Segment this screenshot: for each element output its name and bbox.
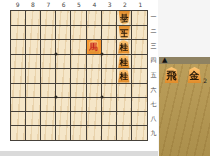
board-square-7九[interactable] bbox=[41, 126, 56, 140]
board-square-4七[interactable] bbox=[87, 98, 102, 112]
rank-label: 三 bbox=[149, 39, 158, 54]
hand-piece-count: 2 bbox=[203, 77, 207, 84]
board-square-8七[interactable] bbox=[26, 98, 41, 112]
rank-label: 一 bbox=[149, 10, 158, 25]
shogi-piece-香[interactable]: 香 bbox=[118, 11, 131, 25]
board-square-8一[interactable] bbox=[26, 11, 41, 26]
board-square-4四[interactable] bbox=[87, 55, 102, 70]
sente-marker-icon: ▲ bbox=[162, 57, 167, 64]
board-square-7一[interactable] bbox=[41, 11, 56, 26]
board-square-8五[interactable] bbox=[26, 69, 41, 84]
board-square-5一[interactable] bbox=[71, 11, 86, 26]
board-square-8二[interactable] bbox=[26, 26, 41, 41]
file-coordinates: 987654321 bbox=[10, 0, 148, 9]
board-square-4二[interactable] bbox=[87, 26, 102, 41]
hand-piece-body: 金 bbox=[187, 67, 202, 83]
board-square-8三[interactable] bbox=[26, 40, 41, 55]
shogi-piece-桂[interactable]: 桂 bbox=[118, 55, 131, 69]
board-square-1六[interactable] bbox=[132, 84, 147, 98]
file-label: 2 bbox=[117, 0, 132, 9]
board-square-2三[interactable]: 桂 bbox=[117, 40, 132, 55]
board-square-5八[interactable] bbox=[71, 112, 86, 126]
board-square-2七[interactable] bbox=[117, 98, 132, 112]
board-square-3八[interactable] bbox=[102, 112, 117, 126]
board-square-4九[interactable] bbox=[87, 126, 102, 140]
shogi-app-screen: 987654321 香玉馬桂桂桂 一二三四五六七八九 ▲ 飛金2 bbox=[0, 0, 210, 156]
board-square-3三[interactable] bbox=[102, 40, 117, 55]
piece-kanji: 桂 bbox=[120, 71, 129, 83]
board-square-5六[interactable] bbox=[71, 84, 86, 98]
bottom-edge-strip bbox=[0, 151, 158, 156]
rank-label: 七 bbox=[149, 97, 158, 112]
board-square-3六[interactable] bbox=[102, 84, 117, 98]
board-square-4八[interactable] bbox=[87, 112, 102, 126]
board-square-8九[interactable] bbox=[26, 126, 41, 140]
board-square-8六[interactable] bbox=[26, 84, 41, 98]
board-square-7二[interactable] bbox=[41, 26, 56, 41]
sente-hand-pieces: 飛金2 bbox=[164, 67, 202, 83]
board-square-3九[interactable] bbox=[102, 126, 117, 140]
star-point-dot bbox=[55, 96, 58, 99]
rank-coordinates: 一二三四五六七八九 bbox=[149, 10, 158, 141]
board-square-3五[interactable] bbox=[102, 69, 117, 84]
board-square-2九[interactable] bbox=[117, 126, 132, 140]
sente-piece-stand: ▲ 飛金2 bbox=[159, 57, 210, 156]
board-square-1八[interactable] bbox=[132, 112, 147, 126]
board-square-5三[interactable] bbox=[71, 40, 86, 55]
piece-kanji: 玉 bbox=[120, 26, 129, 38]
board-square-1九[interactable] bbox=[132, 126, 147, 140]
board-square-2二[interactable]: 玉 bbox=[117, 26, 132, 41]
board-square-5四[interactable] bbox=[71, 55, 86, 70]
piece-kanji: 馬 bbox=[89, 42, 98, 54]
board-square-3二[interactable] bbox=[102, 26, 117, 41]
board-square-2八[interactable] bbox=[117, 112, 132, 126]
file-label: 1 bbox=[133, 0, 148, 9]
piece-kanji: 金 bbox=[190, 69, 200, 83]
star-point-dot bbox=[100, 96, 103, 99]
board-square-9三[interactable] bbox=[11, 40, 26, 55]
piece-kanji: 飛 bbox=[167, 69, 177, 83]
piece-kanji: 桂 bbox=[120, 42, 129, 54]
file-label: 7 bbox=[41, 0, 56, 9]
stand-header: ▲ bbox=[159, 57, 210, 64]
board-square-1一[interactable] bbox=[132, 11, 147, 26]
board-square-1二[interactable] bbox=[132, 26, 147, 41]
board-square-5二[interactable] bbox=[71, 26, 86, 41]
board-square-2六[interactable] bbox=[117, 84, 132, 98]
board-square-9九[interactable] bbox=[11, 126, 26, 140]
board-square-7四[interactable] bbox=[41, 55, 56, 70]
board-square-6八[interactable] bbox=[56, 112, 71, 126]
board-square-6六[interactable] bbox=[56, 84, 71, 98]
shogi-piece-桂[interactable]: 桂 bbox=[118, 69, 131, 83]
board-square-8八[interactable] bbox=[26, 112, 41, 126]
board-square-3一[interactable] bbox=[102, 11, 117, 26]
shogi-piece-玉[interactable]: 玉 bbox=[118, 26, 131, 40]
board-square-9五[interactable] bbox=[11, 69, 26, 84]
rank-label: 二 bbox=[149, 25, 158, 40]
board-square-7八[interactable] bbox=[41, 112, 56, 126]
hand-piece-body: 飛 bbox=[164, 67, 179, 83]
rank-label: 八 bbox=[149, 112, 158, 127]
board-square-6九[interactable] bbox=[56, 126, 71, 140]
shogi-board: 香玉馬桂桂桂 bbox=[10, 10, 148, 141]
piece-kanji: 香 bbox=[120, 11, 129, 23]
star-point-dot bbox=[55, 53, 58, 56]
board-square-7七[interactable] bbox=[41, 98, 56, 112]
hand-piece-金[interactable]: 金2 bbox=[187, 67, 202, 83]
board-square-6五[interactable] bbox=[56, 69, 71, 84]
board-square-2四[interactable]: 桂 bbox=[117, 55, 132, 70]
board-square-3七[interactable] bbox=[102, 98, 117, 112]
board-square-8四[interactable] bbox=[26, 55, 41, 70]
board-square-4五[interactable] bbox=[87, 69, 102, 84]
board-square-9七[interactable] bbox=[11, 98, 26, 112]
file-label: 4 bbox=[87, 0, 102, 9]
board-square-9六[interactable] bbox=[11, 84, 26, 98]
board-square-9八[interactable] bbox=[11, 112, 26, 126]
hand-piece-飛[interactable]: 飛 bbox=[164, 67, 179, 83]
board-square-1四[interactable] bbox=[132, 55, 147, 70]
file-label: 5 bbox=[71, 0, 86, 9]
board-square-2五[interactable]: 桂 bbox=[117, 69, 132, 84]
board-square-6七[interactable] bbox=[56, 98, 71, 112]
shogi-piece-桂[interactable]: 桂 bbox=[118, 40, 131, 54]
board-square-5七[interactable] bbox=[71, 98, 86, 112]
shogi-piece-馬[interactable]: 馬 bbox=[87, 40, 100, 54]
board-square-6四[interactable] bbox=[56, 55, 71, 70]
file-label: 8 bbox=[25, 0, 40, 9]
board-square-6三[interactable] bbox=[56, 40, 71, 55]
board-square-3四[interactable] bbox=[102, 55, 117, 70]
board-square-9一[interactable] bbox=[11, 11, 26, 26]
rank-label: 五 bbox=[149, 68, 158, 83]
board-square-9四[interactable] bbox=[11, 55, 26, 70]
board-square-6二[interactable] bbox=[56, 26, 71, 41]
file-label: 9 bbox=[10, 0, 25, 9]
board-square-7五[interactable] bbox=[41, 69, 56, 84]
board-square-2一[interactable]: 香 bbox=[117, 11, 132, 26]
board-square-1三[interactable] bbox=[132, 40, 147, 55]
file-label: 6 bbox=[56, 0, 71, 9]
board-square-5五[interactable] bbox=[71, 69, 86, 84]
board-square-5九[interactable] bbox=[71, 126, 86, 140]
board-square-1五[interactable] bbox=[132, 69, 147, 84]
rank-label: 四 bbox=[149, 54, 158, 69]
board-square-9二[interactable] bbox=[11, 26, 26, 41]
rank-label: 六 bbox=[149, 83, 158, 98]
file-label: 3 bbox=[102, 0, 117, 9]
board-square-1七[interactable] bbox=[132, 98, 147, 112]
piece-kanji: 桂 bbox=[120, 57, 129, 69]
board-square-6一[interactable] bbox=[56, 11, 71, 26]
board-square-4一[interactable] bbox=[87, 11, 102, 26]
rank-label: 九 bbox=[149, 127, 158, 142]
star-point-dot bbox=[100, 53, 103, 56]
